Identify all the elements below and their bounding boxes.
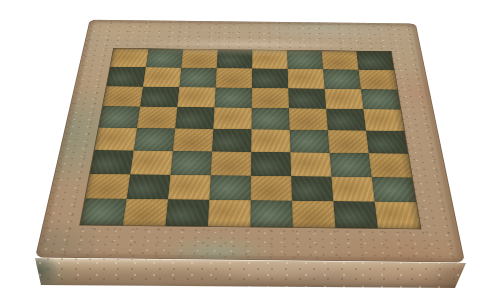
square-d6	[215, 87, 252, 108]
square-b1	[123, 199, 168, 226]
square-f6	[288, 88, 326, 109]
square-d8	[217, 50, 253, 69]
square-g3	[330, 153, 372, 177]
square-h6	[361, 89, 401, 110]
square-h7	[359, 70, 398, 90]
chess-board	[0, 0, 500, 307]
square-e3	[251, 152, 291, 176]
square-f2	[291, 176, 333, 201]
square-c8	[181, 49, 217, 68]
square-g2	[331, 176, 374, 201]
square-f3	[290, 152, 331, 176]
square-e1	[250, 200, 293, 227]
square-c3	[171, 151, 213, 175]
square-b7	[143, 67, 181, 87]
square-g5	[326, 109, 366, 131]
square-h4	[366, 131, 408, 154]
square-c2	[168, 175, 211, 200]
square-c1	[165, 199, 209, 226]
square-e4	[251, 129, 290, 152]
square-f4	[290, 130, 330, 153]
checkerboard	[79, 48, 421, 230]
square-g7	[323, 69, 361, 89]
square-g1	[333, 201, 378, 228]
photo-canvas	[0, 0, 500, 307]
square-d4	[212, 129, 251, 152]
square-b3	[130, 150, 173, 174]
square-b6	[140, 86, 179, 107]
square-f8	[287, 50, 323, 69]
square-a7	[107, 67, 146, 87]
square-b4	[134, 128, 175, 151]
square-d3	[211, 151, 251, 175]
square-a2	[85, 174, 130, 199]
square-a4	[95, 128, 137, 151]
square-e2	[251, 175, 292, 200]
board-top-face	[35, 20, 465, 263]
square-c4	[173, 128, 213, 151]
square-b2	[127, 174, 171, 199]
square-g4	[328, 130, 369, 153]
square-h2	[372, 177, 416, 202]
square-d1	[208, 200, 251, 227]
square-e8	[252, 50, 287, 69]
square-f5	[289, 108, 328, 130]
square-a6	[103, 86, 143, 107]
square-d2	[209, 175, 251, 200]
square-h3	[369, 153, 412, 177]
square-a5	[99, 106, 140, 128]
square-c5	[175, 107, 214, 129]
square-a1	[80, 199, 126, 226]
square-b8	[146, 49, 183, 68]
square-g6	[325, 89, 364, 110]
square-c7	[179, 68, 216, 88]
square-f7	[288, 69, 325, 89]
square-c6	[177, 87, 215, 108]
square-h8	[356, 51, 394, 70]
square-e7	[252, 68, 288, 88]
square-b5	[137, 107, 177, 129]
square-g8	[322, 51, 359, 70]
square-d7	[216, 68, 253, 88]
square-h5	[363, 109, 404, 131]
square-d5	[213, 108, 251, 130]
square-e5	[251, 108, 289, 130]
square-a8	[110, 48, 148, 67]
square-f1	[292, 201, 335, 228]
square-a3	[90, 150, 134, 174]
square-h1	[375, 202, 421, 229]
square-e6	[252, 88, 289, 109]
